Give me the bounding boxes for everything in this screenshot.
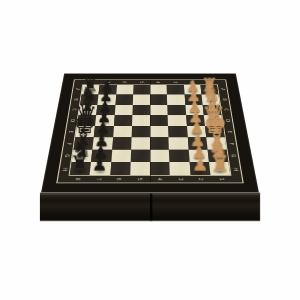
coordinate-label: 4 [155, 79, 162, 87]
square-e6 [113, 126, 132, 137]
coordinate-label: 2 [189, 79, 196, 87]
square-f3 [169, 137, 189, 149]
square-d4 [150, 115, 168, 126]
square-g5 [130, 149, 150, 162]
square-d5 [132, 115, 150, 126]
coordinate-label: A [216, 87, 230, 91]
square-h6 [110, 162, 131, 175]
piece-black-pawn: ♟ [92, 157, 108, 175]
square-e5 [131, 126, 150, 137]
square-c5 [132, 105, 150, 115]
square-g3 [169, 149, 189, 162]
coordinate-label: B [68, 97, 83, 101]
square-f5 [131, 137, 150, 149]
square-e4 [150, 126, 169, 137]
scene: 87654321 87654321 ABCDEFGH ABCDEFGH ♜♟♟♜… [0, 0, 300, 300]
piece-black-rook: ♜ [70, 152, 90, 174]
board-front-edge [40, 193, 260, 221]
square-d3 [168, 115, 187, 126]
photo-canvas: 87654321 87654321 ABCDEFGH ABCDEFGH ♜♟♟♜… [0, 0, 300, 300]
piece-white-rook: ♜ [210, 152, 230, 174]
square-a5 [133, 85, 150, 95]
square-c3 [167, 105, 185, 115]
square-h3 [170, 162, 191, 175]
coordinate-label: 6 [121, 79, 128, 87]
square-b5 [133, 95, 150, 105]
square-h5 [130, 162, 150, 175]
square-e3 [168, 126, 187, 137]
coordinate-label: A [70, 87, 84, 91]
square-g6 [111, 149, 131, 162]
piece-white-pawn: ♟ [192, 157, 208, 175]
square-g4 [150, 149, 170, 162]
coordinate-label: 5 [138, 79, 145, 87]
hinge-seam [150, 194, 152, 221]
coordinate-label: 8 [87, 79, 95, 87]
square-h1: ♜ [209, 162, 231, 175]
square-d6 [114, 115, 133, 126]
square-a4 [150, 85, 167, 95]
square-b4 [150, 95, 167, 105]
square-b3 [167, 95, 185, 105]
coordinate-label: 7 [104, 79, 111, 87]
square-a6 [116, 85, 133, 95]
square-h4 [150, 162, 170, 175]
square-h7: ♟ [90, 162, 111, 175]
chess-board: 87654321 87654321 ABCDEFGH ABCDEFGH ♜♟♟♜… [41, 74, 259, 193]
coordinate-label: B [217, 97, 232, 101]
square-h8: ♜ [70, 162, 92, 175]
coordinate-band: 87654321 87654321 ABCDEFGH ABCDEFGH ♜♟♟♜… [56, 79, 243, 183]
coordinate-label: 1 [205, 79, 213, 87]
square-b6 [115, 95, 133, 105]
square-f4 [150, 137, 169, 149]
board-frame: 87654321 87654321 ABCDEFGH ABCDEFGH ♜♟♟♜… [41, 74, 259, 193]
square-c4 [150, 105, 168, 115]
coordinate-label: 3 [172, 79, 179, 87]
square-a3 [167, 85, 184, 95]
square-c6 [114, 105, 132, 115]
square-f6 [112, 137, 132, 149]
square-h2: ♟ [189, 162, 210, 175]
